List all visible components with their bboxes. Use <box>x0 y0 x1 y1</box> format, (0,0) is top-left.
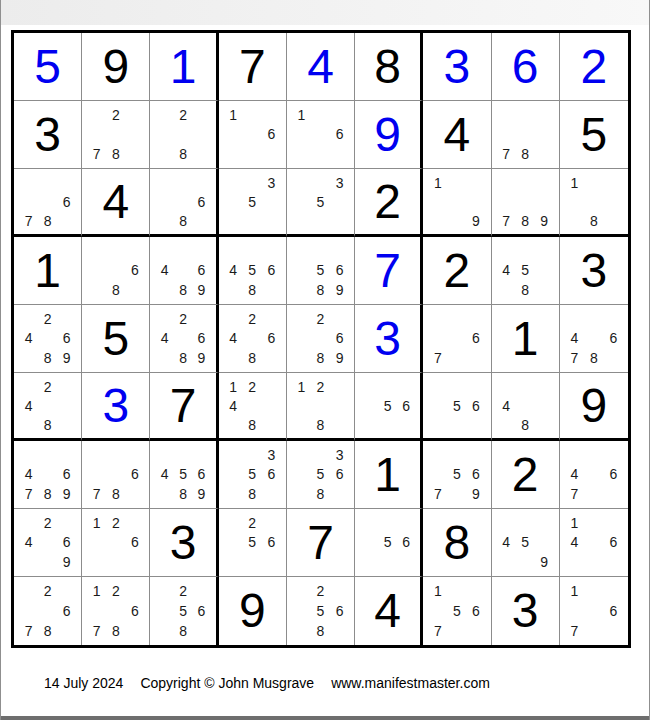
cell-r8c6[interactable]: 56 <box>355 509 423 577</box>
pencil-mark-6: 6 <box>267 467 275 481</box>
pencil-mark-9: 9 <box>540 555 548 569</box>
pencil-mark-5: 5 <box>179 467 187 481</box>
pencil-mark-4: 4 <box>571 467 579 481</box>
cell-r1c5[interactable]: 4 <box>287 33 355 101</box>
pencil-marks: 678 <box>14 169 81 234</box>
pencil-mark-8: 8 <box>317 418 325 432</box>
pencil-mark-6: 6 <box>336 604 344 618</box>
cell-r7c1[interactable]: 46789 <box>14 441 82 509</box>
cell-r9c2[interactable]: 12678 <box>82 577 150 645</box>
pencil-mark-8: 8 <box>112 283 120 297</box>
entered-digit: 2 <box>581 43 608 91</box>
pencil-mark-2: 2 <box>179 312 187 326</box>
pencil-mark-6: 6 <box>402 399 410 413</box>
pencil-mark-8: 8 <box>521 283 529 297</box>
pencil-mark-9: 9 <box>198 283 206 297</box>
pencil-marks: 12678 <box>82 577 149 645</box>
pencil-mark-8: 8 <box>521 214 529 228</box>
cell-r5c2[interactable]: 5 <box>82 305 150 373</box>
pencil-mark-1: 1 <box>571 584 579 598</box>
pencil-mark-3: 3 <box>336 176 344 190</box>
pencil-mark-2: 2 <box>44 312 52 326</box>
pencil-mark-2: 2 <box>44 516 52 530</box>
pencil-mark-6: 6 <box>63 195 71 209</box>
cell-r9c4[interactable]: 9 <box>219 577 287 645</box>
pencil-mark-6: 6 <box>472 604 480 618</box>
pencil-mark-2: 2 <box>248 380 256 394</box>
pencil-mark-8: 8 <box>317 351 325 365</box>
pencil-mark-1: 1 <box>298 380 306 394</box>
pencil-marks: 2678 <box>14 577 81 645</box>
cell-r9c7[interactable]: 1567 <box>423 577 491 645</box>
pencil-mark-6: 6 <box>198 331 206 345</box>
cell-r4c3[interactable]: 4689 <box>150 237 218 305</box>
cell-r7c3[interactable]: 45689 <box>150 441 218 509</box>
cell-r1c1[interactable]: 5 <box>14 33 82 101</box>
pencil-mark-8: 8 <box>590 214 598 228</box>
pencil-marks: 256 <box>219 509 286 576</box>
pencil-marks: 56 <box>355 373 420 438</box>
pencil-mark-8: 8 <box>179 147 187 161</box>
footer-copyright: Copyright © John Musgrave <box>140 675 314 691</box>
pencil-marks: 24689 <box>150 305 215 372</box>
pencil-marks: 2568 <box>287 577 354 645</box>
cell-r8c1[interactable]: 2469 <box>14 509 82 577</box>
cell-r4c4[interactable]: 4568 <box>219 237 287 305</box>
cell-r8c5[interactable]: 7 <box>287 509 355 577</box>
cell-r5c7[interactable]: 67 <box>423 305 491 373</box>
pencil-mark-9: 9 <box>63 487 71 501</box>
pencil-mark-9: 9 <box>540 214 548 228</box>
pencil-mark-8: 8 <box>248 351 256 365</box>
cell-r6c5[interactable]: 128 <box>287 373 355 441</box>
pencil-mark-8: 8 <box>44 214 52 228</box>
pencil-marks: 2468 <box>219 305 286 372</box>
pencil-mark-7: 7 <box>571 624 579 638</box>
pencil-mark-9: 9 <box>472 214 480 228</box>
pencil-mark-5: 5 <box>317 467 325 481</box>
pencil-mark-9: 9 <box>63 555 71 569</box>
cell-r5c4[interactable]: 2468 <box>219 305 287 373</box>
given-digit: 2 <box>444 247 471 295</box>
pencil-marks: 4568 <box>219 237 286 304</box>
pencil-mark-4: 4 <box>502 399 510 413</box>
pencil-mark-2: 2 <box>317 312 325 326</box>
cell-r2c8[interactable]: 78 <box>492 101 560 169</box>
pencil-mark-4: 4 <box>25 535 33 549</box>
pencil-mark-8: 8 <box>179 487 187 501</box>
pencil-marks: 67 <box>423 305 490 372</box>
cell-r6c2[interactable]: 3 <box>82 373 150 441</box>
pencil-marks: 78 <box>492 101 559 168</box>
given-digit: 8 <box>444 519 471 567</box>
pencil-mark-5: 5 <box>521 535 529 549</box>
given-digit: 7 <box>239 43 266 91</box>
cell-r5c8[interactable]: 1 <box>492 305 560 373</box>
cell-r3c6[interactable]: 2 <box>355 169 423 237</box>
cell-r1c7[interactable]: 3 <box>423 33 491 101</box>
pencil-mark-6: 6 <box>63 331 71 345</box>
pencil-marks: 5679 <box>423 441 490 508</box>
pencil-mark-1: 1 <box>434 584 442 598</box>
pencil-marks: 68 <box>150 169 215 234</box>
pencil-mark-4: 4 <box>502 535 510 549</box>
given-digit: 9 <box>581 382 608 430</box>
cell-r7c8[interactable]: 2 <box>492 441 560 509</box>
pencil-mark-7: 7 <box>571 351 579 365</box>
sudoku-page: 5917483623278281616947856784683535219789… <box>0 0 650 720</box>
pencil-mark-5: 5 <box>317 263 325 277</box>
pencil-mark-4: 4 <box>571 535 579 549</box>
pencil-marks: 128 <box>287 373 354 438</box>
pencil-mark-5: 5 <box>317 195 325 209</box>
entered-digit: 3 <box>102 382 129 430</box>
pencil-mark-6: 6 <box>336 127 344 141</box>
pencil-mark-9: 9 <box>336 283 344 297</box>
pencil-mark-7: 7 <box>93 487 101 501</box>
pencil-mark-6: 6 <box>131 467 139 481</box>
cell-r1c8[interactable]: 6 <box>492 33 560 101</box>
pencil-mark-2: 2 <box>317 584 325 598</box>
pencil-mark-5: 5 <box>248 195 256 209</box>
cell-r9c8[interactable]: 3 <box>492 577 560 645</box>
cell-r4c5[interactable]: 5689 <box>287 237 355 305</box>
given-digit: 3 <box>170 519 197 567</box>
cell-r5c5[interactable]: 2689 <box>287 305 355 373</box>
given-digit: 1 <box>34 247 61 295</box>
given-digit: 9 <box>239 587 266 635</box>
pencil-mark-5: 5 <box>179 604 187 618</box>
cell-r2c6[interactable]: 9 <box>355 101 423 169</box>
cell-r3c9[interactable]: 18 <box>560 169 628 237</box>
pencil-mark-4: 4 <box>229 399 237 413</box>
pencil-mark-2: 2 <box>317 380 325 394</box>
given-digit: 7 <box>307 519 334 567</box>
pencil-mark-8: 8 <box>44 624 52 638</box>
pencil-mark-4: 4 <box>161 467 169 481</box>
cell-r4c2[interactable]: 68 <box>82 237 150 305</box>
pencil-mark-4: 4 <box>571 331 579 345</box>
pencil-mark-8: 8 <box>317 624 325 638</box>
pencil-mark-4: 4 <box>25 467 33 481</box>
cell-r5c3[interactable]: 24689 <box>150 305 218 373</box>
pencil-mark-4: 4 <box>161 263 169 277</box>
cell-r2c5[interactable]: 16 <box>287 101 355 169</box>
pencil-marks: 68 <box>82 237 149 304</box>
cell-r8c4[interactable]: 256 <box>219 509 287 577</box>
entered-digit: 6 <box>512 43 539 91</box>
pencil-mark-2: 2 <box>112 584 120 598</box>
cell-r7c5[interactable]: 3568 <box>287 441 355 509</box>
pencil-mark-1: 1 <box>571 516 579 530</box>
pencil-mark-4: 4 <box>25 399 33 413</box>
cell-r2c4[interactable]: 16 <box>219 101 287 169</box>
pencil-mark-9: 9 <box>472 487 480 501</box>
pencil-mark-6: 6 <box>267 535 275 549</box>
pencil-mark-8: 8 <box>248 487 256 501</box>
pencil-mark-4: 4 <box>229 263 237 277</box>
pencil-mark-5: 5 <box>248 467 256 481</box>
cell-r4c6[interactable]: 7 <box>355 237 423 305</box>
given-digit: 5 <box>102 315 129 363</box>
pencil-mark-7: 7 <box>502 214 510 228</box>
pencil-mark-4: 4 <box>25 331 33 345</box>
pencil-mark-7: 7 <box>571 487 579 501</box>
cell-r6c1[interactable]: 248 <box>14 373 82 441</box>
pencil-marks: 458 <box>492 237 559 304</box>
pencil-mark-8: 8 <box>44 418 52 432</box>
given-digit: 2 <box>374 178 401 226</box>
cell-r3c2[interactable]: 4 <box>82 169 150 237</box>
pencil-mark-6: 6 <box>609 604 617 618</box>
pencil-mark-8: 8 <box>179 283 187 297</box>
pencil-mark-9: 9 <box>198 351 206 365</box>
cell-r9c1[interactable]: 2678 <box>14 577 82 645</box>
entered-digit: 9 <box>374 111 401 159</box>
pencil-mark-7: 7 <box>25 624 33 638</box>
pencil-mark-7: 7 <box>502 147 510 161</box>
cell-r5c6[interactable]: 3 <box>355 305 423 373</box>
entered-digit: 5 <box>34 43 61 91</box>
pencil-marks: 1567 <box>423 577 490 645</box>
sudoku-board: 5917483623278281616947856784683535219789… <box>11 30 631 648</box>
cell-r3c1[interactable]: 678 <box>14 169 82 237</box>
cell-r2c9[interactable]: 5 <box>560 101 628 169</box>
cell-r2c3[interactable]: 28 <box>150 101 218 169</box>
given-digit: 4 <box>444 111 471 159</box>
cell-r1c9[interactable]: 2 <box>560 33 628 101</box>
pencil-mark-7: 7 <box>25 214 33 228</box>
given-digit: 4 <box>374 587 401 635</box>
pencil-mark-6: 6 <box>609 467 617 481</box>
pencil-mark-9: 9 <box>336 351 344 365</box>
pencil-mark-5: 5 <box>384 535 392 549</box>
pencil-marks: 459 <box>492 509 559 576</box>
pencil-marks: 248 <box>14 373 81 438</box>
pencil-mark-5: 5 <box>384 399 392 413</box>
pencil-mark-3: 3 <box>267 176 275 190</box>
pencil-mark-8: 8 <box>179 351 187 365</box>
pencil-mark-6: 6 <box>336 331 344 345</box>
pencil-mark-6: 6 <box>609 535 617 549</box>
pencil-mark-6: 6 <box>472 467 480 481</box>
cell-r3c7[interactable]: 19 <box>423 169 491 237</box>
cell-r2c7[interactable]: 4 <box>423 101 491 169</box>
pencil-mark-6: 6 <box>336 467 344 481</box>
pencil-marks: 16 <box>219 101 286 168</box>
pencil-mark-9: 9 <box>63 351 71 365</box>
given-digit: 9 <box>102 43 129 91</box>
cell-r6c3[interactable]: 7 <box>150 373 218 441</box>
pencil-mark-8: 8 <box>590 351 598 365</box>
cell-r2c1[interactable]: 3 <box>14 101 82 169</box>
cell-r7c9[interactable]: 467 <box>560 441 628 509</box>
pencil-mark-2: 2 <box>248 312 256 326</box>
top-banner <box>1 0 649 25</box>
cell-r9c9[interactable]: 167 <box>560 577 628 645</box>
pencil-marks: 48 <box>492 373 559 438</box>
entered-digit: 3 <box>444 43 471 91</box>
pencil-marks: 46789 <box>14 441 81 508</box>
cell-r1c3[interactable]: 1 <box>150 33 218 101</box>
pencil-mark-1: 1 <box>434 176 442 190</box>
cell-r3c3[interactable]: 68 <box>150 169 218 237</box>
given-digit: 1 <box>374 451 401 499</box>
cell-r5c9[interactable]: 4678 <box>560 305 628 373</box>
pencil-marks: 4689 <box>150 237 215 304</box>
given-digit: 2 <box>512 451 539 499</box>
pencil-mark-1: 1 <box>93 516 101 530</box>
pencil-mark-8: 8 <box>179 214 187 228</box>
pencil-marks: 18 <box>560 169 628 234</box>
pencil-mark-5: 5 <box>248 263 256 277</box>
pencil-mark-5: 5 <box>521 263 529 277</box>
pencil-mark-8: 8 <box>44 351 52 365</box>
cell-r1c6[interactable]: 8 <box>355 33 423 101</box>
cell-r2c2[interactable]: 278 <box>82 101 150 169</box>
given-digit: 3 <box>512 587 539 635</box>
pencil-marks: 3568 <box>219 441 286 508</box>
pencil-marks: 3568 <box>287 441 354 508</box>
given-digit: 4 <box>102 178 129 226</box>
pencil-mark-6: 6 <box>336 263 344 277</box>
pencil-mark-9: 9 <box>198 487 206 501</box>
cell-r8c2[interactable]: 126 <box>82 509 150 577</box>
given-digit: 3 <box>581 247 608 295</box>
cell-r8c9[interactable]: 146 <box>560 509 628 577</box>
pencil-marks: 35 <box>219 169 286 234</box>
pencil-mark-6: 6 <box>198 263 206 277</box>
pencil-mark-1: 1 <box>93 584 101 598</box>
footer: 14 July 2024 Copyright © John Musgrave w… <box>44 675 490 691</box>
pencil-mark-6: 6 <box>472 399 480 413</box>
pencil-mark-6: 6 <box>63 604 71 618</box>
cell-r7c2[interactable]: 678 <box>82 441 150 509</box>
pencil-mark-6: 6 <box>198 195 206 209</box>
cell-r3c4[interactable]: 35 <box>219 169 287 237</box>
pencil-mark-6: 6 <box>131 604 139 618</box>
pencil-mark-8: 8 <box>248 418 256 432</box>
pencil-mark-8: 8 <box>317 487 325 501</box>
pencil-marks: 28 <box>150 101 215 168</box>
cell-r4c7[interactable]: 2 <box>423 237 491 305</box>
pencil-mark-6: 6 <box>402 535 410 549</box>
bottom-bar <box>1 716 649 720</box>
pencil-mark-6: 6 <box>267 263 275 277</box>
pencil-mark-2: 2 <box>112 516 120 530</box>
pencil-mark-5: 5 <box>317 604 325 618</box>
pencil-mark-6: 6 <box>63 467 71 481</box>
given-digit: 7 <box>170 382 197 430</box>
given-digit: 3 <box>34 111 61 159</box>
cell-r8c7[interactable]: 8 <box>423 509 491 577</box>
cell-r6c9[interactable]: 9 <box>560 373 628 441</box>
footer-website: www.manifestmaster.com <box>331 675 490 691</box>
cell-r9c3[interactable]: 2568 <box>150 577 218 645</box>
pencil-mark-2: 2 <box>179 584 187 598</box>
entered-digit: 1 <box>170 43 197 91</box>
pencil-mark-5: 5 <box>453 604 461 618</box>
cell-r8c3[interactable]: 3 <box>150 509 218 577</box>
cell-r9c5[interactable]: 2568 <box>287 577 355 645</box>
cell-r1c2[interactable]: 9 <box>82 33 150 101</box>
pencil-mark-4: 4 <box>229 331 237 345</box>
pencil-mark-3: 3 <box>336 448 344 462</box>
pencil-mark-7: 7 <box>434 487 442 501</box>
pencil-mark-6: 6 <box>63 535 71 549</box>
cell-r3c5[interactable]: 35 <box>287 169 355 237</box>
pencil-mark-6: 6 <box>267 127 275 141</box>
cell-r4c9[interactable]: 3 <box>560 237 628 305</box>
cell-r1c4[interactable]: 7 <box>219 33 287 101</box>
pencil-marks: 278 <box>82 101 149 168</box>
pencil-marks: 678 <box>82 441 149 508</box>
cell-r3c8[interactable]: 789 <box>492 169 560 237</box>
pencil-marks: 4678 <box>560 305 628 372</box>
pencil-marks: 45689 <box>150 441 215 508</box>
cell-r5c1[interactable]: 24689 <box>14 305 82 373</box>
pencil-marks: 19 <box>423 169 490 234</box>
pencil-mark-6: 6 <box>472 331 480 345</box>
pencil-mark-8: 8 <box>317 283 325 297</box>
given-digit: 1 <box>512 315 539 363</box>
pencil-mark-8: 8 <box>112 624 120 638</box>
pencil-mark-8: 8 <box>112 147 120 161</box>
pencil-mark-8: 8 <box>248 283 256 297</box>
pencil-marks: 2568 <box>150 577 215 645</box>
pencil-marks: 146 <box>560 509 628 576</box>
cell-r7c4[interactable]: 3568 <box>219 441 287 509</box>
pencil-marks: 5689 <box>287 237 354 304</box>
pencil-mark-4: 4 <box>502 263 510 277</box>
pencil-mark-2: 2 <box>248 516 256 530</box>
pencil-marks: 167 <box>560 577 628 645</box>
pencil-marks: 56 <box>355 509 420 576</box>
pencil-mark-1: 1 <box>298 108 306 122</box>
pencil-mark-6: 6 <box>267 331 275 345</box>
cell-r7c6[interactable]: 1 <box>355 441 423 509</box>
pencil-mark-2: 2 <box>112 108 120 122</box>
given-digit: 8 <box>374 43 401 91</box>
pencil-marks: 2689 <box>287 305 354 372</box>
cell-r9c6[interactable]: 4 <box>355 577 423 645</box>
cell-r4c8[interactable]: 458 <box>492 237 560 305</box>
cell-r6c8[interactable]: 48 <box>492 373 560 441</box>
cell-r7c7[interactable]: 5679 <box>423 441 491 509</box>
pencil-mark-1: 1 <box>229 108 237 122</box>
pencil-marks: 16 <box>287 101 354 168</box>
cell-r6c6[interactable]: 56 <box>355 373 423 441</box>
pencil-mark-8: 8 <box>44 487 52 501</box>
cell-r6c4[interactable]: 1248 <box>219 373 287 441</box>
pencil-mark-2: 2 <box>44 584 52 598</box>
cell-r4c1[interactable]: 1 <box>14 237 82 305</box>
cell-r8c8[interactable]: 459 <box>492 509 560 577</box>
cell-r6c7[interactable]: 56 <box>423 373 491 441</box>
pencil-mark-8: 8 <box>521 418 529 432</box>
pencil-mark-5: 5 <box>248 535 256 549</box>
entered-digit: 3 <box>374 315 401 363</box>
pencil-mark-6: 6 <box>198 467 206 481</box>
pencil-mark-1: 1 <box>571 176 579 190</box>
pencil-marks: 2469 <box>14 509 81 576</box>
pencil-mark-1: 1 <box>229 380 237 394</box>
pencil-mark-8: 8 <box>179 624 187 638</box>
pencil-mark-6: 6 <box>131 535 139 549</box>
pencil-marks: 467 <box>560 441 628 508</box>
pencil-mark-5: 5 <box>453 467 461 481</box>
pencil-mark-7: 7 <box>93 624 101 638</box>
